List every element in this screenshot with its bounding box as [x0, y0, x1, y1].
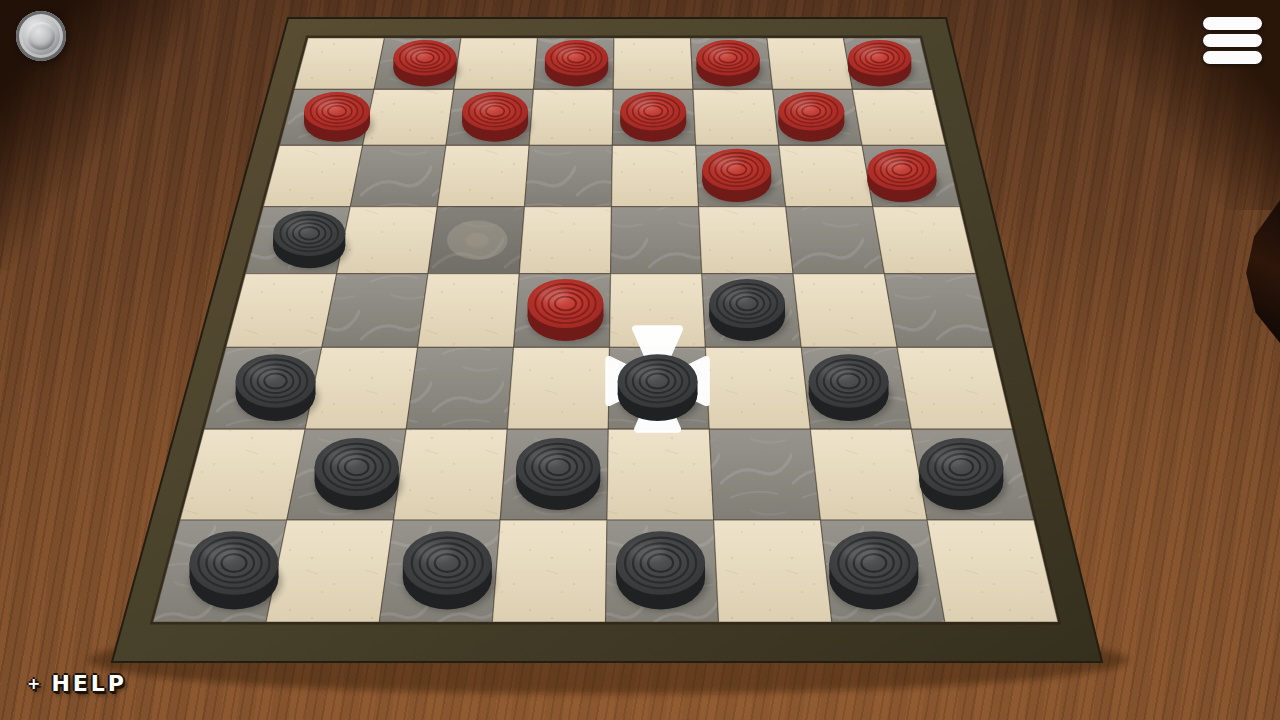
- square-texture: [611, 207, 702, 274]
- square-texture: [693, 89, 779, 145]
- square-texture: [322, 274, 428, 348]
- square-texture: [394, 429, 508, 520]
- square-texture: [294, 38, 384, 89]
- game-screen: + HELP: [0, 0, 1280, 720]
- square-texture: [852, 89, 945, 145]
- red-checker[interactable]: [702, 149, 774, 203]
- red-checker[interactable]: [393, 40, 460, 87]
- square-texture: [492, 520, 607, 622]
- square-texture: [607, 429, 714, 520]
- red-checker[interactable]: [620, 92, 689, 143]
- square-texture: [779, 145, 873, 206]
- square-texture: [305, 347, 418, 429]
- square-texture: [613, 38, 693, 89]
- metal-disc-button[interactable]: [16, 11, 66, 61]
- square-texture: [454, 38, 538, 89]
- square-texture: [525, 145, 613, 206]
- black-checker[interactable]: [190, 531, 283, 611]
- hamburger-icon: [1203, 51, 1262, 64]
- red-checker[interactable]: [304, 92, 373, 143]
- square-texture: [714, 520, 832, 622]
- black-checker[interactable]: [829, 531, 922, 611]
- black-checker[interactable]: [709, 279, 788, 342]
- square-texture: [884, 274, 993, 348]
- square-texture: [705, 347, 810, 429]
- red-checker[interactable]: [778, 92, 847, 143]
- square-texture: [612, 145, 699, 206]
- square-texture: [897, 347, 1012, 429]
- help-label: HELP: [51, 671, 127, 696]
- black-checker[interactable]: [236, 354, 319, 422]
- square-texture: [699, 207, 794, 274]
- square-texture: [337, 207, 438, 274]
- square-texture: [810, 429, 927, 520]
- red-checker[interactable]: [848, 40, 914, 87]
- help-plus-sign: +: [27, 674, 40, 693]
- square-texture: [363, 89, 454, 145]
- square-texture: [519, 207, 611, 274]
- black-checker[interactable]: [273, 211, 349, 269]
- square-texture: [873, 207, 976, 274]
- black-checker[interactable]: [616, 531, 709, 611]
- square-texture: [418, 274, 520, 348]
- black-checker[interactable]: [919, 438, 1007, 511]
- square-texture: [263, 145, 362, 206]
- menu-button[interactable]: [1203, 17, 1262, 64]
- metal-disc-icon: [27, 22, 55, 50]
- square-texture: [767, 38, 852, 89]
- square-texture: [793, 274, 897, 348]
- black-checker[interactable]: [403, 531, 496, 611]
- red-checker[interactable]: [528, 279, 607, 342]
- hamburger-icon: [1203, 34, 1262, 47]
- square-texture: [266, 520, 393, 622]
- ghost-marker: [447, 221, 508, 260]
- square-texture: [507, 347, 609, 429]
- square-texture: [709, 429, 820, 520]
- help-button[interactable]: + HELP: [27, 671, 127, 696]
- square-texture: [406, 347, 513, 429]
- red-checker[interactable]: [545, 40, 611, 87]
- square-texture: [529, 89, 613, 145]
- red-checker[interactable]: [867, 149, 939, 203]
- red-checker[interactable]: [462, 92, 531, 143]
- black-checker[interactable]: [516, 438, 604, 511]
- red-checker[interactable]: [696, 40, 763, 87]
- square-texture: [786, 207, 885, 274]
- black-checker[interactable]: [809, 354, 892, 422]
- hamburger-icon: [1203, 17, 1262, 30]
- square-texture: [350, 145, 446, 206]
- square-texture: [437, 145, 529, 206]
- black-checker[interactable]: [315, 438, 403, 511]
- checkers-board[interactable]: [0, 0, 1280, 720]
